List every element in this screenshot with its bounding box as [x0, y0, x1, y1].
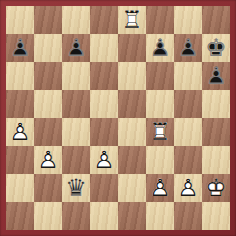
- square-f7[interactable]: ♟♙: [146, 34, 174, 62]
- square-b5[interactable]: [34, 90, 62, 118]
- square-f3[interactable]: [146, 146, 174, 174]
- square-f6[interactable]: [146, 62, 174, 90]
- square-d7[interactable]: [90, 34, 118, 62]
- square-d2[interactable]: [90, 174, 118, 202]
- square-h2[interactable]: ♚♔: [202, 174, 230, 202]
- square-h4[interactable]: [202, 118, 230, 146]
- square-a1[interactable]: [6, 202, 34, 230]
- square-c2[interactable]: ♛♕: [62, 174, 90, 202]
- square-f8[interactable]: [146, 6, 174, 34]
- square-e1[interactable]: [118, 202, 146, 230]
- square-b8[interactable]: [34, 6, 62, 34]
- square-d4[interactable]: [90, 118, 118, 146]
- square-c5[interactable]: [62, 90, 90, 118]
- square-b3[interactable]: ♟♙: [34, 146, 62, 174]
- square-d8[interactable]: [90, 6, 118, 34]
- square-h5[interactable]: [202, 90, 230, 118]
- square-c6[interactable]: [62, 62, 90, 90]
- square-b7[interactable]: [34, 34, 62, 62]
- square-c8[interactable]: [62, 6, 90, 34]
- square-e7[interactable]: [118, 34, 146, 62]
- square-e8[interactable]: ♜♖: [118, 6, 146, 34]
- square-e3[interactable]: [118, 146, 146, 174]
- black-pawn-detail: ♙: [202, 62, 230, 90]
- white-pawn-outline: ♙: [90, 146, 118, 174]
- square-e6[interactable]: [118, 62, 146, 90]
- square-f5[interactable]: [146, 90, 174, 118]
- white-rook-outline: ♖: [146, 118, 174, 146]
- square-f2[interactable]: ♟♙: [146, 174, 174, 202]
- square-g1[interactable]: [174, 202, 202, 230]
- black-pawn-detail: ♙: [174, 34, 202, 62]
- square-g6[interactable]: [174, 62, 202, 90]
- square-c4[interactable]: [62, 118, 90, 146]
- square-a6[interactable]: [6, 62, 34, 90]
- white-pawn-outline: ♙: [34, 146, 62, 174]
- white-pawn-outline: ♙: [146, 174, 174, 202]
- square-f1[interactable]: [146, 202, 174, 230]
- square-h6[interactable]: ♟♙: [202, 62, 230, 90]
- square-g5[interactable]: [174, 90, 202, 118]
- white-king-outline: ♔: [202, 174, 230, 202]
- square-d6[interactable]: [90, 62, 118, 90]
- black-pawn-detail: ♙: [146, 34, 174, 62]
- square-h1[interactable]: [202, 202, 230, 230]
- square-a2[interactable]: [6, 174, 34, 202]
- square-g8[interactable]: [174, 6, 202, 34]
- square-e4[interactable]: [118, 118, 146, 146]
- black-queen-detail: ♕: [62, 174, 90, 202]
- white-pawn-outline: ♙: [6, 118, 34, 146]
- square-e2[interactable]: [118, 174, 146, 202]
- square-h8[interactable]: [202, 6, 230, 34]
- square-h3[interactable]: [202, 146, 230, 174]
- black-pawn-detail: ♙: [62, 34, 90, 62]
- square-a4[interactable]: ♟♙: [6, 118, 34, 146]
- square-b1[interactable]: [34, 202, 62, 230]
- white-pawn-outline: ♙: [174, 174, 202, 202]
- square-a5[interactable]: [6, 90, 34, 118]
- square-g7[interactable]: ♟♙: [174, 34, 202, 62]
- square-a8[interactable]: [6, 6, 34, 34]
- black-king-detail: ♔: [202, 34, 230, 62]
- square-f4[interactable]: ♜♖: [146, 118, 174, 146]
- square-e5[interactable]: [118, 90, 146, 118]
- square-g3[interactable]: [174, 146, 202, 174]
- square-d5[interactable]: [90, 90, 118, 118]
- square-b6[interactable]: [34, 62, 62, 90]
- square-a7[interactable]: ♟♙: [6, 34, 34, 62]
- square-g2[interactable]: ♟♙: [174, 174, 202, 202]
- square-c3[interactable]: [62, 146, 90, 174]
- square-a3[interactable]: [6, 146, 34, 174]
- square-c7[interactable]: ♟♙: [62, 34, 90, 62]
- black-pawn-detail: ♙: [6, 34, 34, 62]
- chess-board: ♜♖♟♙♟♙♟♙♟♙♚♔♟♙♟♙♜♖♟♙♟♙♛♕♟♙♟♙♚♔: [0, 0, 236, 236]
- square-h7[interactable]: ♚♔: [202, 34, 230, 62]
- square-d3[interactable]: ♟♙: [90, 146, 118, 174]
- white-rook-outline: ♖: [118, 6, 146, 34]
- square-c1[interactable]: [62, 202, 90, 230]
- square-b2[interactable]: [34, 174, 62, 202]
- square-g4[interactable]: [174, 118, 202, 146]
- square-d1[interactable]: [90, 202, 118, 230]
- square-b4[interactable]: [34, 118, 62, 146]
